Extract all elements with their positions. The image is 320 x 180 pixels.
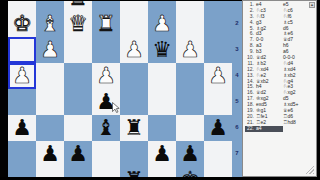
resize-grip-icon[interactable] [305, 165, 314, 174]
rank-label-6: 6 [232, 124, 242, 131]
move-number[interactable]: 22. [245, 126, 254, 132]
square-f3[interactable] [64, 37, 92, 63]
square-b3[interactable]: ♟ [176, 37, 204, 63]
square-d8[interactable]: ♜ [120, 167, 148, 177]
square-g6[interactable] [36, 115, 64, 141]
square-h6[interactable]: ♟ [8, 115, 36, 141]
square-c7[interactable]: ♟ [148, 141, 176, 167]
square-d5[interactable] [120, 89, 148, 115]
square-f7[interactable]: ♟ [64, 141, 92, 167]
square-a1[interactable] [204, 1, 232, 11]
board-left-border [0, 0, 8, 180]
square-d7[interactable] [120, 141, 148, 167]
square-d3[interactable]: ♟ [120, 37, 148, 63]
black-pawn-piece: ♟ [8, 115, 36, 141]
white-move[interactable]: a4 [256, 126, 283, 132]
square-f8[interactable] [64, 167, 92, 177]
white-bishop-piece: ♝ [36, 11, 64, 37]
square-g4[interactable] [36, 63, 64, 89]
board-grid: ♜♚♝♛♜♟♟♟♛♟♟♟♟♟♟♝♜♟♟♟♟♟♜♚ [8, 1, 232, 177]
square-f5[interactable] [64, 89, 92, 115]
square-h7[interactable] [8, 141, 36, 167]
square-h3[interactable] [8, 37, 36, 63]
square-b7[interactable]: ♟ [176, 141, 204, 167]
white-rook-piece: ♜ [92, 11, 120, 37]
square-f2[interactable]: ♛ [64, 11, 92, 37]
square-a5[interactable] [204, 89, 232, 115]
square-b8[interactable]: ♚ [176, 167, 204, 177]
square-a6[interactable]: ♟ [204, 115, 232, 141]
black-pawn-piece: ♟ [92, 89, 120, 115]
square-e1[interactable] [92, 1, 120, 11]
square-h8[interactable] [8, 167, 36, 177]
square-g5[interactable] [36, 89, 64, 115]
move-row-22[interactable]: 22.a4 [245, 126, 308, 132]
rank-label-7: 7 [232, 150, 242, 157]
rank-label-5: 5 [232, 98, 242, 105]
square-c1[interactable] [148, 1, 176, 11]
square-b2[interactable] [176, 11, 204, 37]
square-f6[interactable] [64, 115, 92, 141]
square-a4[interactable]: ♟ [204, 63, 232, 89]
square-c4[interactable] [148, 63, 176, 89]
square-c8[interactable] [148, 167, 176, 177]
square-c3[interactable]: ♛ [148, 37, 176, 63]
window-bottom-border [0, 177, 320, 180]
rank-label-3: 3 [232, 46, 242, 53]
square-d6[interactable]: ♜ [120, 115, 148, 141]
square-e7[interactable] [92, 141, 120, 167]
square-h4[interactable]: ♟ [8, 63, 36, 89]
square-g3[interactable]: ♟ [36, 37, 64, 63]
white-pawn-piece: ♟ [176, 37, 204, 63]
square-h2[interactable]: ♚ [8, 11, 36, 37]
square-e4[interactable]: ♟ [92, 63, 120, 89]
square-d1[interactable] [120, 1, 148, 11]
square-c5[interactable] [148, 89, 176, 115]
square-a2[interactable] [204, 11, 232, 37]
black-move[interactable] [283, 126, 308, 132]
square-e6[interactable]: ♝ [92, 115, 120, 141]
square-g8[interactable] [36, 167, 64, 177]
square-h1[interactable] [8, 1, 36, 11]
black-bishop-piece: ♝ [92, 115, 120, 141]
square-b4[interactable] [176, 63, 204, 89]
square-g2[interactable]: ♝ [36, 11, 64, 37]
square-g7[interactable]: ♟ [36, 141, 64, 167]
white-pawn-piece: ♟ [36, 37, 64, 63]
black-king-piece: ♚ [176, 167, 204, 177]
square-g1[interactable] [36, 1, 64, 11]
square-f4[interactable] [64, 63, 92, 89]
white-pawn-piece: ♟ [120, 37, 148, 63]
rank-label-2: 2 [232, 20, 242, 27]
square-a8[interactable] [204, 167, 232, 177]
rank-label-4: 4 [232, 72, 242, 79]
square-f1[interactable]: ♜ [64, 1, 92, 11]
square-a3[interactable] [204, 37, 232, 63]
white-pawn-piece: ♟ [8, 63, 36, 89]
chess-board[interactable]: ♜♚♝♛♜♟♟♟♛♟♟♟♟♟♟♝♜♟♟♟♟♟♜♚ [8, 1, 232, 177]
move-list: 1.e4e52.♘c3♘c63.♘f3♘f64.g3♗c55.♗g2d66.d3… [245, 2, 308, 132]
square-e8[interactable] [92, 167, 120, 177]
black-pawn-piece: ♟ [148, 141, 176, 167]
square-d4[interactable] [120, 63, 148, 89]
selected-move[interactable]: 22.a4 [245, 126, 283, 132]
black-pawn-piece: ♟ [204, 115, 232, 141]
square-c2[interactable]: ♟ [148, 11, 176, 37]
square-e2[interactable]: ♜ [92, 11, 120, 37]
white-rook-piece: ♜ [64, 1, 92, 11]
black-rook-piece: ♜ [120, 167, 148, 177]
black-queen-piece: ♛ [148, 37, 176, 63]
white-king-piece: ♚ [8, 11, 36, 37]
square-b6[interactable] [176, 115, 204, 141]
square-e3[interactable] [92, 37, 120, 63]
black-pawn-piece: ♟ [176, 141, 204, 167]
rank-labels-gutter: 12345678 [232, 1, 242, 177]
black-rook-piece: ♜ [120, 115, 148, 141]
square-b5[interactable] [176, 89, 204, 115]
black-pawn-piece: ♟ [64, 141, 92, 167]
square-e5[interactable]: ♟ [92, 89, 120, 115]
white-pawn-piece: ♟ [92, 63, 120, 89]
square-b1[interactable] [176, 1, 204, 11]
square-c6[interactable] [148, 115, 176, 141]
scroll-up-arrow-icon[interactable]: ▲ [309, 2, 315, 8]
square-d2[interactable] [120, 11, 148, 37]
square-h5[interactable] [8, 89, 36, 115]
move-list-panel[interactable]: ▲ 1.e4e52.♘c3♘c63.♘f3♘f64.g3♗c55.♗g2d66.… [242, 0, 317, 177]
black-pawn-piece: ♟ [36, 141, 64, 167]
square-a7[interactable] [204, 141, 232, 167]
white-queen-piece: ♛ [64, 11, 92, 37]
white-pawn-piece: ♟ [204, 63, 232, 89]
white-pawn-piece: ♟ [148, 11, 176, 37]
